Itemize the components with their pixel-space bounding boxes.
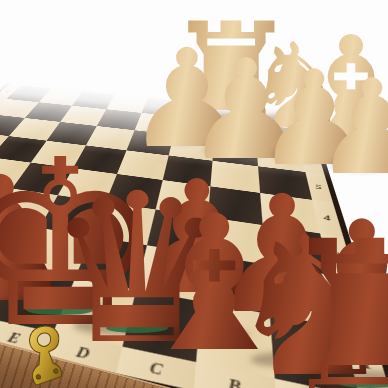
white-pawn-b5-felt-base	[294, 152, 333, 159]
black-king-e1-felt-base	[26, 304, 95, 316]
black-rook-a1-felt-base	[337, 377, 388, 388]
white-pawn-a5-felt-base	[352, 161, 388, 168]
scene: HGFEDCBA8877665544332211HGFEDCBA ♜♞♝♟♟♟♟…	[0, 0, 388, 388]
white-rook-c6-felt-base	[208, 119, 254, 127]
black-pawn-c2-felt-base	[174, 278, 221, 286]
black-knight-b1-felt-base	[282, 356, 340, 366]
black-pawn-b2-felt-base	[258, 297, 307, 305]
white-knight-b6-felt-base	[279, 117, 314, 123]
white-pawn-c5-felt-base	[225, 147, 266, 154]
white-pawn-d5-felt-base	[167, 134, 208, 141]
chess-set-photo: HGFEDCBA8877665544332211HGFEDCBA ♜♞♝♟♟♟♟…	[0, 0, 388, 388]
